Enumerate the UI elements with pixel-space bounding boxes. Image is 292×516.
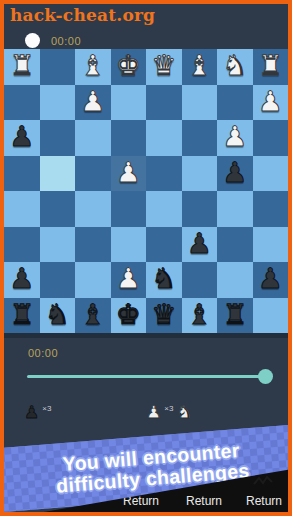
chess-piece-bK[interactable]: ♚ — [111, 298, 147, 332]
square[interactable]: ♝ — [75, 49, 111, 85]
return-button[interactable]: Return — [182, 494, 226, 508]
square[interactable] — [40, 49, 76, 85]
square[interactable] — [253, 191, 289, 227]
square[interactable] — [75, 120, 111, 156]
square[interactable] — [111, 227, 147, 263]
square[interactable]: ♜ — [4, 49, 40, 85]
square[interactable] — [217, 191, 253, 227]
board-shadow — [4, 333, 288, 338]
square[interactable] — [40, 120, 76, 156]
chess-piece-bR[interactable]: ♜ — [4, 298, 40, 332]
square[interactable] — [40, 156, 76, 192]
chess-piece-wQ[interactable]: ♛ — [146, 49, 182, 83]
square[interactable]: ♟ — [253, 85, 289, 121]
chess-piece-bP[interactable]: ♟ — [217, 156, 253, 190]
chess-piece-wB[interactable]: ♝ — [182, 49, 218, 83]
square[interactable] — [253, 227, 289, 263]
chess-piece-wN[interactable]: ♞ — [217, 49, 253, 83]
square[interactable]: ♟ — [253, 262, 289, 298]
square[interactable] — [40, 191, 76, 227]
square[interactable]: ♞ — [40, 298, 76, 334]
square[interactable] — [111, 120, 147, 156]
square[interactable] — [40, 262, 76, 298]
player-clock: 00:00 — [28, 347, 58, 359]
square[interactable]: ♟ — [217, 156, 253, 192]
square[interactable]: ♟ — [217, 120, 253, 156]
square[interactable]: ♚ — [111, 298, 147, 334]
chess-app-window: hack-cheat.org 00:00 ♜♝♚♛♝♞♜♟♟♟♟♟♟♟♟♟♞♟♜… — [0, 0, 292, 516]
square[interactable]: ♛ — [146, 49, 182, 85]
square[interactable] — [182, 156, 218, 192]
chess-piece-bP[interactable]: ♟ — [253, 262, 289, 296]
chess-board[interactable]: ♜♝♚♛♝♞♜♟♟♟♟♟♟♟♟♟♞♟♜♞♝♚♛♝♜ — [4, 49, 288, 333]
watermark-text: hack-cheat.org — [10, 5, 155, 25]
square[interactable]: ♟ — [4, 120, 40, 156]
chess-piece-bB[interactable]: ♝ — [75, 298, 111, 332]
square[interactable]: ♚ — [111, 49, 147, 85]
slider-knob[interactable] — [258, 369, 273, 384]
chess-piece-bP[interactable]: ♟ — [4, 120, 40, 154]
square[interactable] — [146, 227, 182, 263]
chess-piece-wP[interactable]: ♟ — [253, 85, 289, 119]
square[interactable] — [75, 227, 111, 263]
chess-piece-wR[interactable]: ♜ — [4, 49, 40, 83]
chess-piece-bP[interactable]: ♟ — [182, 227, 218, 261]
opponent-avatar — [25, 33, 40, 48]
square[interactable] — [146, 156, 182, 192]
chess-piece-bP[interactable]: ♟ — [4, 262, 40, 296]
captured-piece-wN: ♞ — [176, 402, 191, 422]
square[interactable] — [146, 85, 182, 121]
square[interactable] — [75, 262, 111, 298]
captured-piece-wP: ♟ — [146, 402, 161, 422]
square[interactable] — [182, 262, 218, 298]
square[interactable]: ♜ — [253, 49, 289, 85]
square[interactable]: ♞ — [217, 49, 253, 85]
square[interactable] — [75, 156, 111, 192]
square[interactable] — [182, 191, 218, 227]
square[interactable]: ♝ — [75, 298, 111, 334]
captured-pieces-right: ♟×3♞ — [146, 398, 192, 422]
square[interactable] — [4, 191, 40, 227]
square[interactable] — [4, 227, 40, 263]
chess-piece-bB[interactable]: ♝ — [182, 298, 218, 332]
square[interactable] — [182, 85, 218, 121]
square[interactable]: ♛ — [146, 298, 182, 334]
square[interactable] — [111, 191, 147, 227]
square[interactable] — [75, 191, 111, 227]
chess-piece-wK[interactable]: ♚ — [111, 49, 147, 83]
square[interactable] — [146, 191, 182, 227]
square[interactable] — [217, 85, 253, 121]
square[interactable]: ♟ — [4, 262, 40, 298]
chess-piece-wP[interactable]: ♟ — [111, 262, 147, 296]
chess-piece-wP[interactable]: ♟ — [217, 120, 253, 154]
chess-piece-wP[interactable]: ♟ — [75, 85, 111, 119]
chess-piece-wR[interactable]: ♜ — [253, 49, 289, 83]
captured-count: ×3 — [164, 405, 173, 413]
square[interactable]: ♜ — [4, 298, 40, 334]
square[interactable] — [253, 298, 289, 334]
captured-pieces-left: ♟×3 — [24, 398, 51, 422]
chess-piece-bN[interactable]: ♞ — [146, 262, 182, 296]
square[interactable]: ♟ — [111, 156, 147, 192]
chess-piece-wB[interactable]: ♝ — [75, 49, 111, 83]
square[interactable]: ♝ — [182, 298, 218, 334]
square[interactable] — [40, 85, 76, 121]
chess-piece-bN[interactable]: ♞ — [40, 298, 76, 332]
opponent-clock: 00:00 — [51, 35, 81, 47]
square[interactable] — [111, 85, 147, 121]
square[interactable]: ♟ — [182, 227, 218, 263]
progress-slider[interactable] — [27, 375, 267, 378]
square[interactable] — [253, 120, 289, 156]
square[interactable] — [40, 227, 76, 263]
square[interactable] — [217, 227, 253, 263]
captured-count: ×3 — [42, 405, 51, 413]
squiggle-icon — [252, 473, 274, 491]
square[interactable]: ♜ — [217, 298, 253, 334]
square[interactable] — [253, 156, 289, 192]
square[interactable]: ♝ — [182, 49, 218, 85]
square[interactable]: ♟ — [111, 262, 147, 298]
return-button[interactable]: Return — [242, 494, 286, 508]
chess-piece-bR[interactable]: ♜ — [217, 298, 253, 332]
square[interactable] — [217, 262, 253, 298]
square[interactable]: ♞ — [146, 262, 182, 298]
square[interactable] — [4, 85, 40, 121]
captured-piece-bP: ♟ — [24, 402, 39, 422]
square[interactable] — [146, 120, 182, 156]
chess-piece-wP[interactable]: ♟ — [111, 156, 147, 190]
chess-piece-bQ[interactable]: ♛ — [146, 298, 182, 332]
square[interactable] — [4, 156, 40, 192]
square[interactable]: ♟ — [75, 85, 111, 121]
square[interactable] — [182, 120, 218, 156]
